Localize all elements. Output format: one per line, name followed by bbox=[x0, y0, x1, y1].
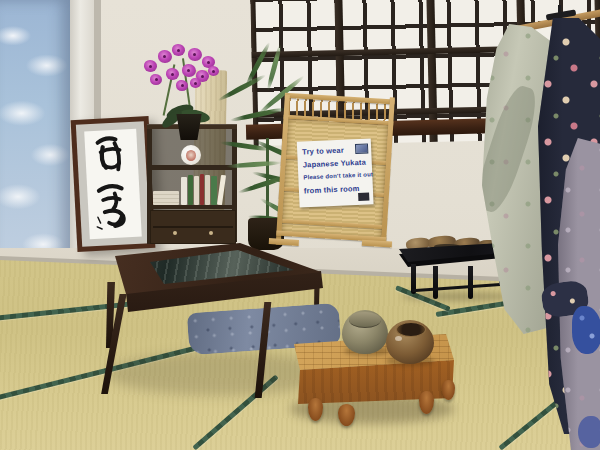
book bbox=[194, 176, 199, 205]
yukata-sign: Try to wear Japanese Yukata Please don't… bbox=[297, 138, 374, 207]
table-leg bbox=[433, 266, 438, 299]
drawer-knob bbox=[209, 231, 213, 235]
sign-stamp-icon bbox=[358, 193, 369, 201]
orchid-flower bbox=[176, 80, 188, 91]
book bbox=[200, 174, 204, 205]
paper-stack bbox=[153, 191, 179, 205]
orchid-flower bbox=[208, 66, 219, 76]
stand-foot bbox=[362, 240, 392, 248]
go-bowl-left bbox=[342, 310, 388, 354]
room-photo: Try to wear Japanese Yukata Please don't… bbox=[0, 0, 600, 450]
palm-frond bbox=[217, 73, 267, 103]
orchid-flower bbox=[182, 64, 196, 77]
book bbox=[181, 177, 187, 205]
bowl-gloss bbox=[395, 336, 402, 341]
calligraphy-paper bbox=[84, 129, 142, 240]
table-leg bbox=[468, 266, 473, 299]
goban-leg bbox=[442, 380, 455, 400]
orchid-flower bbox=[188, 48, 202, 61]
book bbox=[205, 175, 210, 205]
orchid-flower bbox=[144, 60, 157, 72]
orchid-flower bbox=[190, 78, 201, 88]
orchid-flower bbox=[166, 68, 179, 80]
orchid-flower bbox=[158, 50, 172, 63]
hanger-hook bbox=[558, 5, 561, 14]
sign-photo-icon bbox=[355, 144, 368, 155]
go-bowl-right bbox=[386, 320, 434, 364]
orchid-pot bbox=[174, 114, 204, 140]
book bbox=[211, 176, 217, 205]
daruma-face bbox=[186, 150, 196, 161]
table-stretcher bbox=[412, 283, 504, 292]
calligraphy-brush-strokes bbox=[84, 129, 142, 240]
book bbox=[188, 175, 193, 205]
kimono-hem-pile-blue bbox=[572, 306, 600, 354]
daruma-doll bbox=[181, 145, 201, 165]
go-bowl-lid bbox=[349, 312, 381, 328]
go-bowl-opening bbox=[396, 322, 426, 337]
orchid-flower bbox=[172, 44, 185, 56]
orchid-flower bbox=[150, 74, 162, 85]
drawer-knob bbox=[173, 231, 177, 235]
palm-frond bbox=[226, 160, 282, 169]
kimono-hem-pile-blue2 bbox=[578, 416, 600, 448]
go-board bbox=[286, 298, 462, 430]
